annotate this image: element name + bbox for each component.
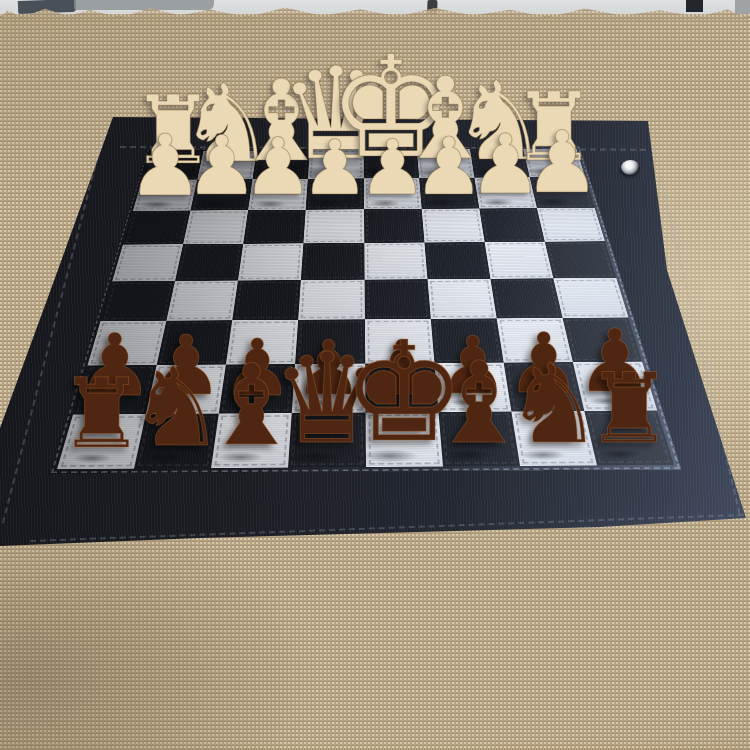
photo-scene: ♜♞♝♛♚♝♞♜♟♟♟♟♟♟♟♟♟♟♟♟♟♟♟♟♜♞♝♛♚♝♞♜ <box>0 0 750 750</box>
square-a4[interactable] <box>545 241 617 278</box>
background-object-left2-icon <box>74 0 214 10</box>
square-e6[interactable] <box>295 320 364 365</box>
square-e5[interactable] <box>298 279 364 320</box>
square-c8[interactable] <box>438 412 520 467</box>
square-d1[interactable] <box>363 150 419 179</box>
square-c4[interactable] <box>424 242 490 279</box>
square-h1[interactable] <box>142 151 204 180</box>
square-g2[interactable] <box>191 179 253 210</box>
square-b8[interactable] <box>511 411 597 466</box>
square-h8[interactable] <box>57 414 146 469</box>
square-d6[interactable] <box>364 319 434 364</box>
square-d4[interactable] <box>364 242 427 279</box>
square-f7[interactable] <box>219 364 295 413</box>
square-g8[interactable] <box>134 414 219 469</box>
square-b5[interactable] <box>490 278 562 319</box>
board-grid <box>57 148 674 469</box>
square-e7[interactable] <box>292 364 365 413</box>
square-c5[interactable] <box>427 279 496 320</box>
square-c1[interactable] <box>417 149 475 178</box>
square-d3[interactable] <box>364 209 424 243</box>
square-h7[interactable] <box>73 365 157 414</box>
square-h2[interactable] <box>133 180 197 211</box>
square-a2[interactable] <box>530 177 595 208</box>
square-e8[interactable] <box>288 413 365 468</box>
board-plane <box>57 148 674 469</box>
square-a5[interactable] <box>553 278 628 319</box>
square-a3[interactable] <box>537 208 605 242</box>
square-g3[interactable] <box>183 210 248 244</box>
square-b2[interactable] <box>474 177 537 208</box>
square-h3[interactable] <box>123 210 191 244</box>
square-g5[interactable] <box>166 280 238 321</box>
square-g4[interactable] <box>175 244 243 281</box>
square-b7[interactable] <box>503 362 584 411</box>
square-a6[interactable] <box>563 318 643 363</box>
square-c7[interactable] <box>434 363 511 412</box>
square-f2[interactable] <box>248 179 308 210</box>
square-e4[interactable] <box>301 243 364 280</box>
square-f3[interactable] <box>243 210 306 244</box>
square-c3[interactable] <box>421 208 484 242</box>
square-f6[interactable] <box>226 320 298 365</box>
square-b6[interactable] <box>497 318 573 363</box>
square-h6[interactable] <box>87 321 166 366</box>
square-a1[interactable] <box>523 148 585 177</box>
square-b4[interactable] <box>484 241 553 278</box>
background-post-icon <box>686 0 703 12</box>
square-e3[interactable] <box>304 209 364 243</box>
square-g1[interactable] <box>197 151 256 180</box>
square-d5[interactable] <box>364 279 430 320</box>
square-f8[interactable] <box>211 413 292 468</box>
square-f5[interactable] <box>232 280 301 321</box>
square-a7[interactable] <box>573 362 657 411</box>
square-f1[interactable] <box>253 150 310 179</box>
square-e1[interactable] <box>308 150 363 179</box>
square-d2[interactable] <box>363 178 421 209</box>
square-c2[interactable] <box>419 178 479 209</box>
square-d8[interactable] <box>365 412 443 467</box>
square-c6[interactable] <box>430 319 503 364</box>
square-d7[interactable] <box>365 363 438 412</box>
square-g6[interactable] <box>157 320 233 365</box>
square-g7[interactable] <box>146 365 226 414</box>
eyelet-snap-icon <box>621 160 640 175</box>
square-f4[interactable] <box>238 243 303 280</box>
square-h5[interactable] <box>100 281 175 322</box>
square-h4[interactable] <box>112 244 183 281</box>
square-e2[interactable] <box>306 178 364 209</box>
square-b1[interactable] <box>470 149 530 178</box>
square-b3[interactable] <box>479 208 545 242</box>
